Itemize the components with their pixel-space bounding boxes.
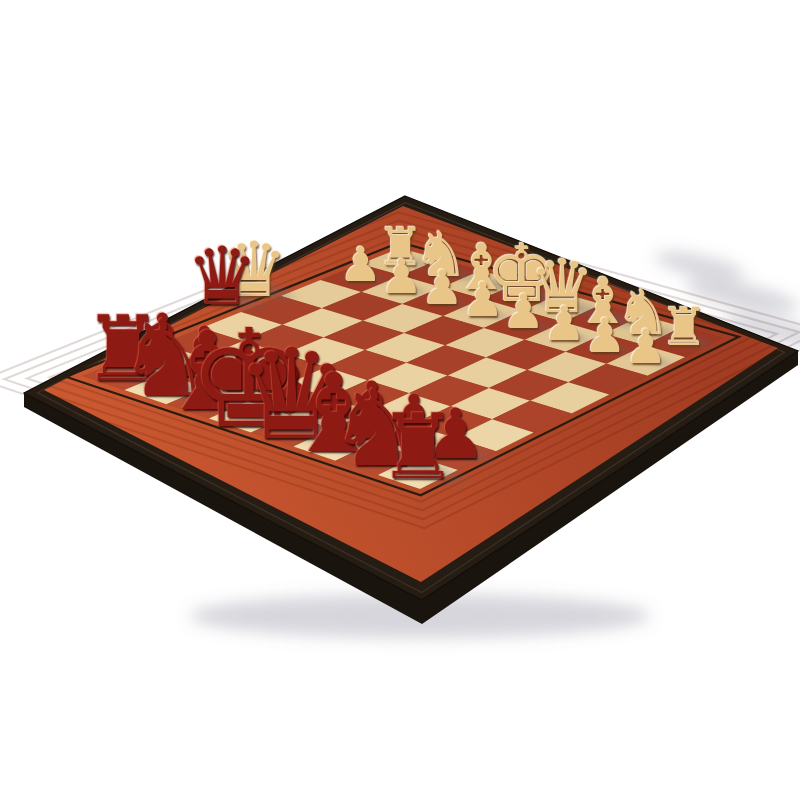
chess-set-photo: ♜♞♝♛♚♝♞♜♟♟♟♟♟♟♟♟♟♟♟♟♟♟♟♟♜♞♝♛♚♝♞♜♛♛ xyxy=(0,0,800,800)
chess-board xyxy=(0,0,800,800)
